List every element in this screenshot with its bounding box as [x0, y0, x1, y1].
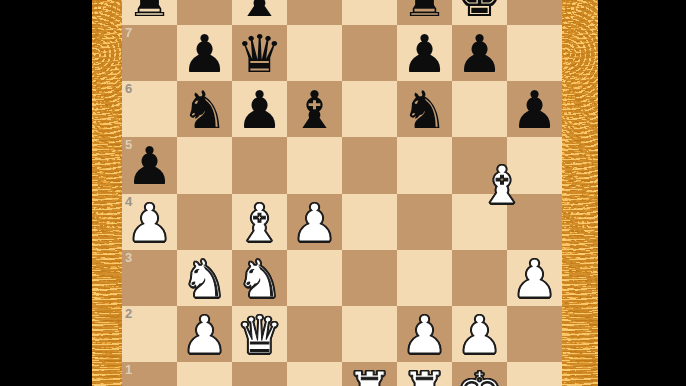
black-pawn-g7[interactable]: ♟ — [452, 25, 507, 81]
black-rook-f8[interactable]: ♜ — [397, 0, 452, 25]
chess-board: 7654321♜♝♜♚♟♛♟♟♞♟♝♞♟♟♝♟♝♟♞♞♟♟♛♟♟♜♜♚ — [122, 0, 562, 386]
square-h1[interactable] — [507, 362, 562, 386]
white-queen-c2[interactable]: ♛ — [232, 306, 287, 362]
black-rook-a8[interactable]: ♜ — [122, 0, 177, 25]
board-frame-left — [92, 0, 122, 386]
square-d7[interactable] — [287, 25, 342, 81]
white-pawn-a4[interactable]: ♟ — [122, 194, 177, 250]
square-e5[interactable] — [342, 137, 397, 193]
white-knight-c3[interactable]: ♞ — [232, 250, 287, 306]
white-pawn-g2[interactable]: ♟ — [452, 306, 507, 362]
black-knight-f6[interactable]: ♞ — [397, 81, 452, 137]
square-e2[interactable] — [342, 306, 397, 362]
square-d3[interactable] — [287, 250, 342, 306]
white-pawn-h3[interactable]: ♟ — [507, 250, 562, 306]
square-e6[interactable] — [342, 81, 397, 137]
black-pawn-h6[interactable]: ♟ — [507, 81, 562, 137]
rank-label-3: 3 — [125, 251, 132, 265]
square-h8[interactable] — [507, 0, 562, 25]
rank-label-2: 2 — [125, 307, 132, 321]
white-rook-f1[interactable]: ♜ — [397, 362, 452, 386]
white-knight-b3[interactable]: ♞ — [177, 250, 232, 306]
square-b5[interactable] — [177, 137, 232, 193]
square-c5[interactable] — [232, 137, 287, 193]
rank-label-6: 6 — [125, 82, 132, 96]
square-h2[interactable] — [507, 306, 562, 362]
square-g3[interactable] — [452, 250, 507, 306]
black-pawn-a5[interactable]: ♟ — [122, 137, 177, 193]
black-pawn-f7[interactable]: ♟ — [397, 25, 452, 81]
rank-label-1: 1 — [125, 363, 132, 377]
square-d2[interactable] — [287, 306, 342, 362]
square-b1[interactable] — [177, 362, 232, 386]
square-b8[interactable] — [177, 0, 232, 25]
white-pawn-f2[interactable]: ♟ — [397, 306, 452, 362]
black-king-g8[interactable]: ♚ — [452, 0, 507, 25]
square-d5[interactable] — [287, 137, 342, 193]
square-b4[interactable] — [177, 194, 232, 250]
black-pawn-c6[interactable]: ♟ — [232, 81, 287, 137]
white-king-g1[interactable]: ♚ — [452, 362, 507, 386]
video-frame: 7654321♜♝♜♚♟♛♟♟♞♟♝♞♟♟♝♟♝♟♞♞♟♟♛♟♟♜♜♚ — [0, 0, 686, 386]
square-f5[interactable] — [397, 137, 452, 193]
square-d1[interactable] — [287, 362, 342, 386]
square-e3[interactable] — [342, 250, 397, 306]
square-e7[interactable] — [342, 25, 397, 81]
black-queen-c7[interactable]: ♛ — [232, 25, 287, 81]
square-h7[interactable] — [507, 25, 562, 81]
white-bishop-c4[interactable]: ♝ — [232, 194, 287, 250]
square-f3[interactable] — [397, 250, 452, 306]
black-knight-b6[interactable]: ♞ — [177, 81, 232, 137]
square-e8[interactable] — [342, 0, 397, 25]
white-pawn-d4[interactable]: ♟ — [287, 194, 342, 250]
white-rook-e1[interactable]: ♜ — [342, 362, 397, 386]
black-bishop-d6[interactable]: ♝ — [287, 81, 342, 137]
square-e4[interactable] — [342, 194, 397, 250]
board-frame-right — [562, 0, 598, 386]
square-d8[interactable] — [287, 0, 342, 25]
square-g6[interactable] — [452, 81, 507, 137]
white-bishop-g5[interactable]: ♝ — [475, 156, 530, 212]
black-bishop-c8[interactable]: ♝ — [232, 0, 287, 25]
black-pawn-b7[interactable]: ♟ — [177, 25, 232, 81]
square-f4[interactable] — [397, 194, 452, 250]
white-pawn-b2[interactable]: ♟ — [177, 306, 232, 362]
square-c1[interactable] — [232, 362, 287, 386]
rank-label-7: 7 — [125, 26, 132, 40]
